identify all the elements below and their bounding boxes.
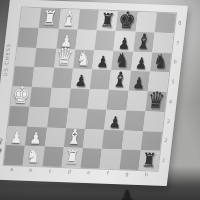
square-h1[interactable]: ♜	[138, 150, 160, 170]
rank-label: 2	[161, 130, 171, 150]
rank-label: 8	[175, 12, 185, 32]
file-label: h	[136, 171, 156, 178]
square-d6[interactable]: ♞	[73, 49, 95, 69]
square-h4[interactable]: ♛	[145, 91, 167, 111]
square-c5[interactable]	[51, 68, 73, 88]
square-d5[interactable]: ♟	[71, 69, 93, 89]
piece-black-king: ♚	[117, 8, 137, 32]
piece-black-bishop: ♝	[111, 69, 129, 90]
file-label: c	[40, 167, 60, 174]
square-e4[interactable]	[87, 89, 109, 109]
square-a8[interactable]	[20, 7, 42, 27]
file-label: f	[98, 170, 118, 177]
square-c6[interactable]: ♛	[54, 48, 76, 68]
square-e3[interactable]	[85, 109, 107, 129]
square-f8[interactable]: ♚	[116, 11, 138, 31]
square-g5[interactable]: ♟	[128, 71, 150, 91]
square-c1[interactable]	[42, 147, 64, 167]
square-a6[interactable]	[15, 47, 37, 67]
piece-black-knight: ♞	[152, 52, 169, 72]
piece-black-rook: ♜	[141, 151, 158, 171]
file-label: e	[79, 169, 99, 176]
square-c8[interactable]: ♝	[58, 9, 80, 29]
square-a2[interactable]: ♟	[6, 126, 28, 146]
brand-text: US CHESS	[2, 43, 12, 76]
square-e2[interactable]	[83, 128, 105, 148]
square-b6[interactable]	[34, 48, 56, 68]
board-grid: ♜♝♜♚♟♟♝♛♞♟♞♟♞♟♝♟♚♛♟♟♟♝♞♜♜	[2, 6, 177, 171]
square-h3[interactable]	[143, 111, 165, 131]
square-g4[interactable]	[126, 91, 148, 111]
photo-background: US CHESS ♛ ♚ ♜♝♜♚♟♟♝♛♞♟♞♟♞♟♝♟♚♛♟♟♟♝♞♜♜ a…	[0, 0, 200, 200]
file-label: g	[117, 170, 137, 177]
piece-black-pawn: ♟	[134, 55, 148, 71]
square-a3[interactable]	[8, 106, 30, 126]
square-f2[interactable]	[102, 129, 124, 149]
emblem-king-icon: ♚	[0, 146, 3, 155]
square-b5[interactable]	[32, 67, 54, 87]
piece-white-bishop: ♝	[60, 8, 78, 29]
square-g3[interactable]	[124, 110, 146, 130]
piece-black-pawn: ♟	[74, 73, 88, 89]
square-f4[interactable]	[107, 90, 129, 110]
square-c3[interactable]	[47, 107, 69, 127]
square-e7[interactable]	[94, 30, 116, 50]
square-b4[interactable]	[30, 87, 52, 107]
offboard-captured-piece: ♟	[119, 186, 135, 200]
piece-white-rook: ♜	[64, 148, 81, 168]
piece-black-rook: ♜	[99, 11, 116, 31]
rank-label: 6	[170, 52, 180, 72]
piece-white-queen: ♛	[55, 45, 75, 69]
rank-label: 7	[172, 32, 182, 52]
square-h6[interactable]: ♞	[150, 52, 172, 72]
square-h8[interactable]	[154, 13, 176, 33]
piece-white-king: ♚	[12, 83, 32, 107]
file-label: a	[2, 166, 22, 173]
square-a1[interactable]	[4, 145, 26, 165]
square-e6[interactable]: ♟	[92, 50, 114, 70]
square-d1[interactable]: ♜	[61, 147, 83, 167]
piece-white-knight: ♞	[25, 146, 42, 166]
piece-black-pawn: ♟	[132, 75, 146, 91]
square-f5[interactable]: ♝	[109, 70, 131, 90]
rank-label: 3	[163, 111, 173, 131]
square-a4[interactable]: ♚	[10, 86, 32, 106]
piece-white-knight: ♞	[75, 49, 92, 69]
square-a7[interactable]	[17, 27, 39, 47]
piece-black-pawn: ♟	[96, 54, 110, 70]
file-label: b	[21, 167, 41, 174]
chessboard: US CHESS ♛ ♚ ♜♝♜♚♟♟♝♛♞♟♞♟♞♟♝♟♚♛♟♟♟♝♞♜♜ a…	[0, 0, 188, 186]
square-c2[interactable]	[44, 127, 66, 147]
square-f3[interactable]: ♟	[104, 110, 126, 130]
rank-label: 4	[166, 91, 176, 111]
square-c4[interactable]	[49, 88, 71, 108]
square-e8[interactable]: ♜	[97, 10, 119, 30]
piece-black-pawn: ♟	[108, 114, 122, 130]
square-g1[interactable]	[119, 150, 141, 170]
rank-label: 5	[168, 71, 178, 91]
piece-black-queen: ♛	[146, 88, 166, 112]
file-label: d	[59, 168, 79, 175]
piece-white-rook: ♜	[41, 9, 58, 29]
square-d8[interactable]	[77, 10, 99, 30]
piece-black-bishop: ♝	[135, 31, 153, 52]
photo-scene: US CHESS ♛ ♚ ♜♝♜♚♟♟♝♛♞♟♞♟♞♟♝♟♚♛♟♟♟♝♞♜♜ a…	[0, 0, 200, 200]
rank-label: 1	[159, 150, 169, 170]
square-d4[interactable]	[68, 88, 90, 108]
square-f1[interactable]	[100, 149, 122, 169]
square-g7[interactable]: ♝	[133, 32, 155, 52]
square-e5[interactable]	[90, 69, 112, 89]
square-b1[interactable]: ♞	[23, 146, 45, 166]
square-b8[interactable]: ♜	[39, 8, 61, 28]
square-b7[interactable]	[37, 28, 59, 48]
square-g2[interactable]	[121, 130, 143, 150]
square-g6[interactable]: ♟	[131, 51, 153, 71]
square-b3[interactable]	[27, 107, 49, 127]
square-e1[interactable]	[81, 148, 103, 168]
piece-white-pawn: ♟	[10, 130, 24, 146]
